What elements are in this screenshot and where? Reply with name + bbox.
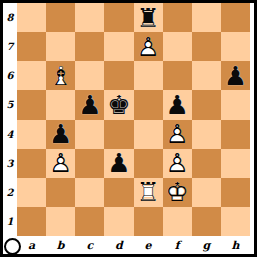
piece-white-pawn[interactable]: ♟♙ xyxy=(46,149,75,178)
file-label-e: e xyxy=(134,236,163,254)
square-g7[interactable] xyxy=(192,32,221,61)
square-e5[interactable] xyxy=(134,90,163,119)
square-d8[interactable] xyxy=(104,3,133,32)
file-labels: abcdefgh xyxy=(17,236,250,254)
file-label-a: a xyxy=(17,236,46,254)
file-label-b: b xyxy=(46,236,75,254)
piece-black-king[interactable]: ♚ xyxy=(104,90,133,119)
square-d3[interactable]: ♟ xyxy=(104,149,133,178)
square-a4[interactable] xyxy=(17,120,46,149)
piece-black-pawn[interactable]: ♟ xyxy=(163,90,192,119)
piece-outline: ♙ xyxy=(163,149,192,178)
square-h7[interactable] xyxy=(221,32,250,61)
square-f7[interactable] xyxy=(163,32,192,61)
rank-label-5: 5 xyxy=(3,90,17,119)
piece-white-bishop[interactable]: ♝♗ xyxy=(46,61,75,90)
rank-label-8: 8 xyxy=(3,3,17,32)
square-g3[interactable] xyxy=(192,149,221,178)
square-b7[interactable] xyxy=(46,32,75,61)
square-g1[interactable] xyxy=(192,207,221,236)
square-f1[interactable] xyxy=(163,207,192,236)
rank-label-4: 4 xyxy=(3,120,17,149)
square-f3[interactable]: ♟♙ xyxy=(163,149,192,178)
square-d7[interactable] xyxy=(104,32,133,61)
square-b6[interactable]: ♝♗ xyxy=(46,61,75,90)
square-g2[interactable] xyxy=(192,178,221,207)
square-a2[interactable] xyxy=(17,178,46,207)
square-e6[interactable] xyxy=(134,61,163,90)
square-h4[interactable] xyxy=(221,120,250,149)
piece-glyph: ♟ xyxy=(221,61,250,90)
square-b3[interactable]: ♟♙ xyxy=(46,149,75,178)
square-c4[interactable] xyxy=(75,120,104,149)
square-e2[interactable]: ♜♖ xyxy=(134,178,163,207)
rank-label-1: 1 xyxy=(3,207,17,236)
square-g4[interactable] xyxy=(192,120,221,149)
square-b4[interactable]: ♟ xyxy=(46,120,75,149)
rank-label-6: 6 xyxy=(3,61,17,90)
square-g6[interactable] xyxy=(192,61,221,90)
square-e1[interactable] xyxy=(134,207,163,236)
piece-glyph: ♟ xyxy=(104,149,133,178)
piece-black-pawn[interactable]: ♟ xyxy=(104,149,133,178)
square-e7[interactable]: ♟♙ xyxy=(134,32,163,61)
square-a1[interactable] xyxy=(17,207,46,236)
square-c1[interactable] xyxy=(75,207,104,236)
square-a6[interactable] xyxy=(17,61,46,90)
file-label-f: f xyxy=(163,236,192,254)
white-to-move-icon xyxy=(4,238,21,255)
rank-label-7: 7 xyxy=(3,32,17,61)
square-h6[interactable]: ♟ xyxy=(221,61,250,90)
square-a3[interactable] xyxy=(17,149,46,178)
square-f2[interactable]: ♚♔ xyxy=(163,178,192,207)
square-g8[interactable] xyxy=(192,3,221,32)
piece-glyph: ♟ xyxy=(163,90,192,119)
square-h5[interactable] xyxy=(221,90,250,119)
square-a7[interactable] xyxy=(17,32,46,61)
square-c5[interactable]: ♟ xyxy=(75,90,104,119)
file-label-d: d xyxy=(104,236,133,254)
piece-outline: ♔ xyxy=(163,178,192,207)
square-b2[interactable] xyxy=(46,178,75,207)
square-b8[interactable] xyxy=(46,3,75,32)
square-c6[interactable] xyxy=(75,61,104,90)
square-h2[interactable] xyxy=(221,178,250,207)
square-b5[interactable] xyxy=(46,90,75,119)
file-label-g: g xyxy=(192,236,221,254)
square-f5[interactable]: ♟ xyxy=(163,90,192,119)
piece-black-pawn[interactable]: ♟ xyxy=(46,120,75,149)
square-h8[interactable] xyxy=(221,3,250,32)
file-label-h: h xyxy=(221,236,250,254)
piece-black-pawn[interactable]: ♟ xyxy=(221,61,250,90)
square-d6[interactable] xyxy=(104,61,133,90)
square-d1[interactable] xyxy=(104,207,133,236)
piece-white-pawn[interactable]: ♟♙ xyxy=(134,32,163,61)
square-e3[interactable] xyxy=(134,149,163,178)
square-e8[interactable]: ♜ xyxy=(134,3,163,32)
piece-white-pawn[interactable]: ♟♙ xyxy=(163,149,192,178)
square-c7[interactable] xyxy=(75,32,104,61)
rank-label-2: 2 xyxy=(3,178,17,207)
square-h1[interactable] xyxy=(221,207,250,236)
square-d5[interactable]: ♚ xyxy=(104,90,133,119)
chess-board: ♜♟♙♝♗♟♟♚♟♟♟♙♟♙♟♟♙♜♖♚♔ xyxy=(17,3,250,236)
piece-outline: ♖ xyxy=(134,178,163,207)
piece-glyph: ♚ xyxy=(104,90,133,119)
square-c2[interactable] xyxy=(75,178,104,207)
square-c8[interactable] xyxy=(75,3,104,32)
piece-black-rook[interactable]: ♜ xyxy=(134,3,163,32)
piece-white-king[interactable]: ♚♔ xyxy=(163,178,192,207)
piece-white-pawn[interactable]: ♟♙ xyxy=(163,120,192,149)
square-a5[interactable] xyxy=(17,90,46,119)
square-b1[interactable] xyxy=(46,207,75,236)
piece-outline: ♗ xyxy=(46,61,75,90)
rank-labels: 87654321 xyxy=(3,3,17,236)
piece-outline: ♙ xyxy=(134,32,163,61)
square-f4[interactable]: ♟♙ xyxy=(163,120,192,149)
piece-white-rook[interactable]: ♜♖ xyxy=(134,178,163,207)
piece-outline: ♙ xyxy=(163,120,192,149)
piece-glyph: ♟ xyxy=(46,120,75,149)
piece-glyph: ♜ xyxy=(134,3,163,32)
square-g5[interactable] xyxy=(192,90,221,119)
square-e4[interactable] xyxy=(134,120,163,149)
square-d4[interactable] xyxy=(104,120,133,149)
piece-outline: ♙ xyxy=(46,149,75,178)
square-f8[interactable] xyxy=(163,3,192,32)
rank-label-3: 3 xyxy=(3,149,17,178)
file-label-c: c xyxy=(75,236,104,254)
piece-black-pawn[interactable]: ♟ xyxy=(75,90,104,119)
square-c3[interactable] xyxy=(75,149,104,178)
piece-glyph: ♟ xyxy=(75,90,104,119)
chess-diagram: 87654321 ♜♟♙♝♗♟♟♚♟♟♟♙♟♙♟♟♙♜♖♚♔ abcdefgh xyxy=(0,0,257,257)
square-h3[interactable] xyxy=(221,149,250,178)
square-f6[interactable] xyxy=(163,61,192,90)
square-d2[interactable] xyxy=(104,178,133,207)
square-a8[interactable] xyxy=(17,3,46,32)
